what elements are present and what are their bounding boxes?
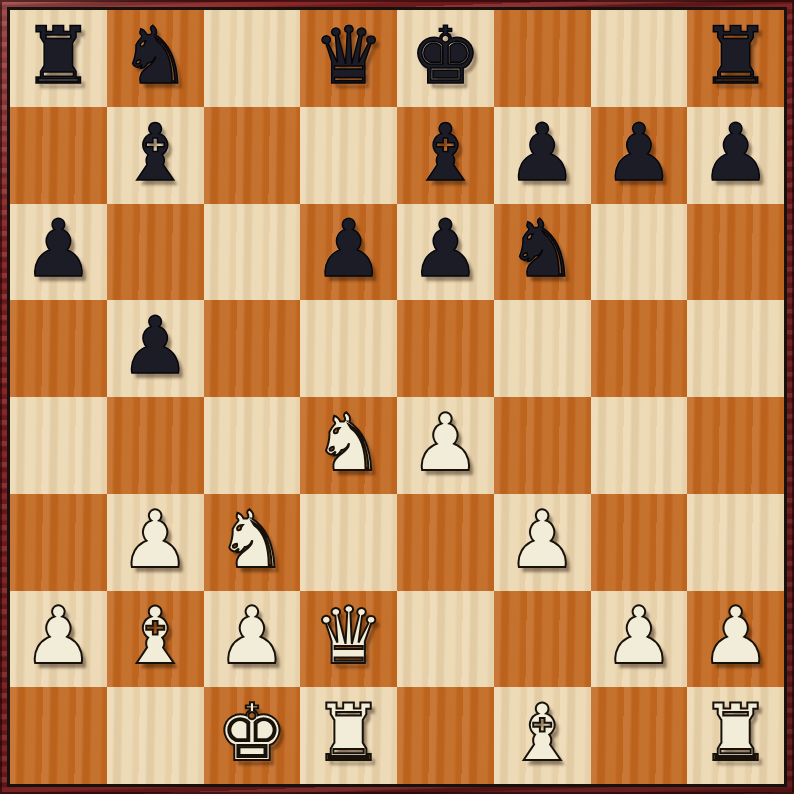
- white-queen-piece[interactable]: ♛: [313, 597, 384, 676]
- square-g4[interactable]: [591, 397, 688, 494]
- square-g7[interactable]: ♟: [591, 107, 688, 204]
- square-f1[interactable]: ♝: [494, 687, 591, 784]
- square-h6[interactable]: [687, 204, 784, 301]
- square-g5[interactable]: [591, 300, 688, 397]
- square-b6[interactable]: [107, 204, 204, 301]
- black-pawn-piece[interactable]: ♟: [23, 210, 94, 289]
- square-e3[interactable]: [397, 494, 494, 591]
- white-knight-piece[interactable]: ♞: [216, 501, 287, 580]
- square-e1[interactable]: [397, 687, 494, 784]
- black-pawn-piece[interactable]: ♟: [603, 114, 674, 193]
- square-d6[interactable]: ♟: [300, 204, 397, 301]
- white-knight-piece[interactable]: ♞: [313, 404, 384, 483]
- black-rook-piece[interactable]: ♜: [23, 17, 94, 96]
- square-e6[interactable]: ♟: [397, 204, 494, 301]
- white-pawn-piece[interactable]: ♟: [603, 597, 674, 676]
- square-a2[interactable]: ♟: [10, 591, 107, 688]
- square-b3[interactable]: ♟: [107, 494, 204, 591]
- white-pawn-piece[interactable]: ♟: [507, 501, 578, 580]
- black-bishop-piece[interactable]: ♝: [410, 114, 481, 193]
- square-c4[interactable]: [204, 397, 301, 494]
- square-a5[interactable]: [10, 300, 107, 397]
- square-g1[interactable]: [591, 687, 688, 784]
- square-b5[interactable]: ♟: [107, 300, 204, 397]
- square-c6[interactable]: [204, 204, 301, 301]
- square-a6[interactable]: ♟: [10, 204, 107, 301]
- white-bishop-piece[interactable]: ♝: [120, 597, 191, 676]
- chess-board: ♜♞♛♚♜♝♝♟♟♟♟♟♟♞♟♞♟♟♞♟♟♝♟♛♟♟♚♜♝♜: [7, 7, 787, 787]
- square-h4[interactable]: [687, 397, 784, 494]
- square-e7[interactable]: ♝: [397, 107, 494, 204]
- square-b8[interactable]: ♞: [107, 10, 204, 107]
- square-b4[interactable]: [107, 397, 204, 494]
- black-bishop-piece[interactable]: ♝: [120, 114, 191, 193]
- square-c2[interactable]: ♟: [204, 591, 301, 688]
- square-f8[interactable]: [494, 10, 591, 107]
- square-b1[interactable]: [107, 687, 204, 784]
- white-rook-piece[interactable]: ♜: [313, 694, 384, 773]
- square-b2[interactable]: ♝: [107, 591, 204, 688]
- white-rook-piece[interactable]: ♜: [700, 694, 771, 773]
- black-knight-piece[interactable]: ♞: [507, 210, 578, 289]
- square-f2[interactable]: [494, 591, 591, 688]
- black-queen-piece[interactable]: ♛: [313, 17, 384, 96]
- square-a3[interactable]: [10, 494, 107, 591]
- chess-board-frame: ♜♞♛♚♜♝♝♟♟♟♟♟♟♞♟♞♟♟♞♟♟♝♟♛♟♟♚♜♝♜: [0, 0, 794, 794]
- square-g3[interactable]: [591, 494, 688, 591]
- black-king-piece[interactable]: ♚: [410, 17, 481, 96]
- white-pawn-piece[interactable]: ♟: [410, 404, 481, 483]
- square-h7[interactable]: ♟: [687, 107, 784, 204]
- square-d8[interactable]: ♛: [300, 10, 397, 107]
- black-pawn-piece[interactable]: ♟: [507, 114, 578, 193]
- square-g2[interactable]: ♟: [591, 591, 688, 688]
- square-f4[interactable]: [494, 397, 591, 494]
- square-d2[interactable]: ♛: [300, 591, 397, 688]
- square-a4[interactable]: [10, 397, 107, 494]
- white-king-piece[interactable]: ♚: [216, 694, 287, 773]
- square-d3[interactable]: [300, 494, 397, 591]
- square-d1[interactable]: ♜: [300, 687, 397, 784]
- square-a8[interactable]: ♜: [10, 10, 107, 107]
- square-a1[interactable]: [10, 687, 107, 784]
- black-knight-piece[interactable]: ♞: [120, 17, 191, 96]
- square-d7[interactable]: [300, 107, 397, 204]
- square-e4[interactable]: ♟: [397, 397, 494, 494]
- white-pawn-piece[interactable]: ♟: [216, 597, 287, 676]
- square-h5[interactable]: [687, 300, 784, 397]
- square-h1[interactable]: ♜: [687, 687, 784, 784]
- square-c5[interactable]: [204, 300, 301, 397]
- square-c3[interactable]: ♞: [204, 494, 301, 591]
- white-pawn-piece[interactable]: ♟: [23, 597, 94, 676]
- white-pawn-piece[interactable]: ♟: [700, 597, 771, 676]
- square-g8[interactable]: [591, 10, 688, 107]
- square-c8[interactable]: [204, 10, 301, 107]
- square-h3[interactable]: [687, 494, 784, 591]
- black-pawn-piece[interactable]: ♟: [410, 210, 481, 289]
- square-h8[interactable]: ♜: [687, 10, 784, 107]
- black-pawn-piece[interactable]: ♟: [120, 307, 191, 386]
- square-f7[interactable]: ♟: [494, 107, 591, 204]
- square-c1[interactable]: ♚: [204, 687, 301, 784]
- white-bishop-piece[interactable]: ♝: [507, 694, 578, 773]
- black-pawn-piece[interactable]: ♟: [700, 114, 771, 193]
- black-rook-piece[interactable]: ♜: [700, 17, 771, 96]
- white-pawn-piece[interactable]: ♟: [120, 501, 191, 580]
- square-d5[interactable]: [300, 300, 397, 397]
- square-c7[interactable]: [204, 107, 301, 204]
- square-f5[interactable]: [494, 300, 591, 397]
- square-b7[interactable]: ♝: [107, 107, 204, 204]
- square-f3[interactable]: ♟: [494, 494, 591, 591]
- square-g6[interactable]: [591, 204, 688, 301]
- black-pawn-piece[interactable]: ♟: [313, 210, 384, 289]
- square-a7[interactable]: [10, 107, 107, 204]
- square-e8[interactable]: ♚: [397, 10, 494, 107]
- square-d4[interactable]: ♞: [300, 397, 397, 494]
- square-h2[interactable]: ♟: [687, 591, 784, 688]
- square-f6[interactable]: ♞: [494, 204, 591, 301]
- square-e5[interactable]: [397, 300, 494, 397]
- square-e2[interactable]: [397, 591, 494, 688]
